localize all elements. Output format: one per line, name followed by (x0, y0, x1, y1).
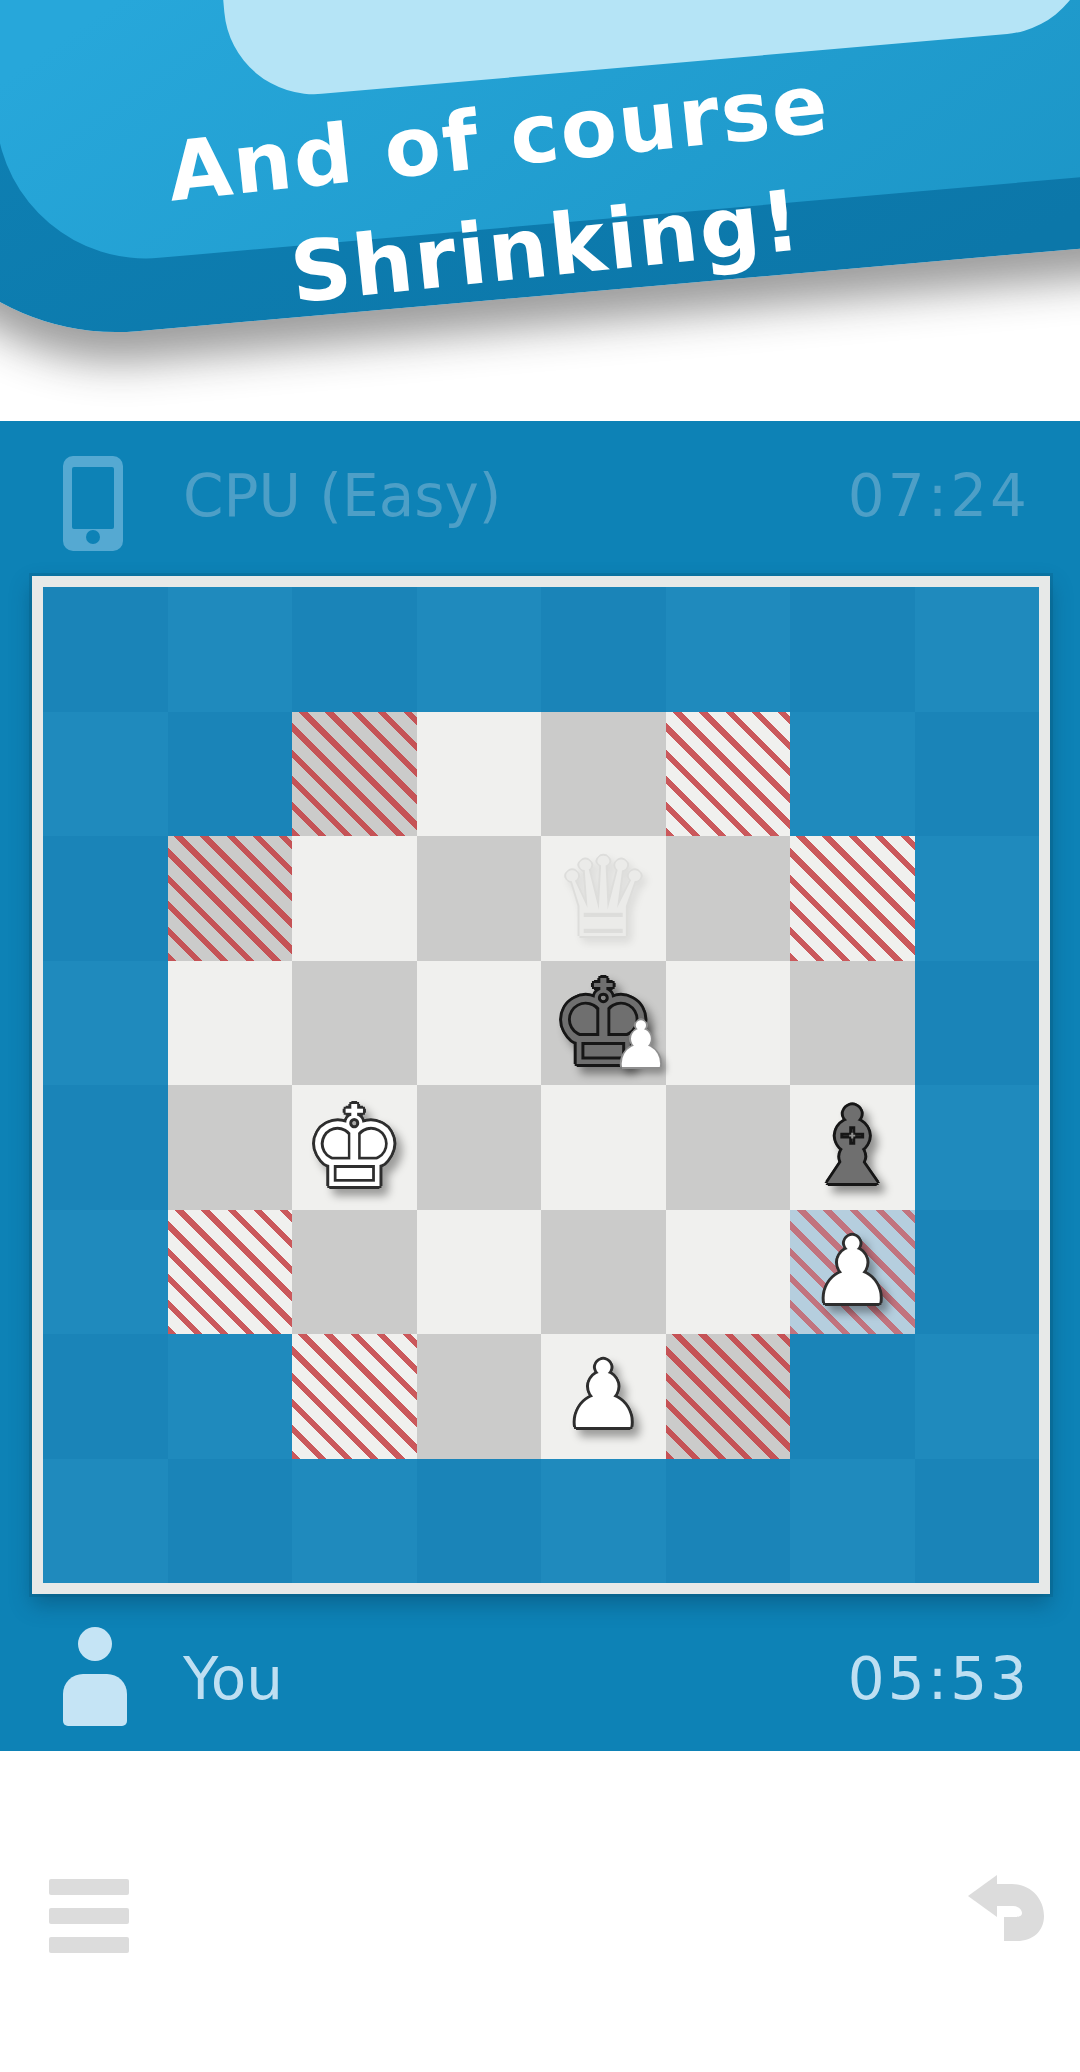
white-pawn[interactable]: ♟ (541, 1334, 666, 1459)
square-b8 (168, 587, 293, 712)
opponent-clock: 07:24 (848, 462, 1030, 530)
square-g5[interactable] (790, 961, 915, 1086)
square-g2 (790, 1334, 915, 1459)
square-e6[interactable]: ♛ (541, 836, 666, 961)
square-a4 (43, 1085, 168, 1210)
square-b2 (168, 1334, 293, 1459)
square-b6[interactable] (168, 836, 293, 961)
square-d7[interactable] (417, 712, 542, 837)
square-f8 (666, 587, 791, 712)
player-name: You (183, 1645, 283, 1713)
square-b5[interactable] (168, 961, 293, 1086)
hamburger-menu-icon[interactable] (49, 1879, 129, 1939)
square-g1 (790, 1459, 915, 1584)
square-c7[interactable] (292, 712, 417, 837)
square-d3[interactable] (417, 1210, 542, 1335)
square-f5[interactable] (666, 961, 791, 1086)
square-e1 (541, 1459, 666, 1584)
square-a5 (43, 961, 168, 1086)
square-a3 (43, 1210, 168, 1335)
square-h4 (915, 1085, 1040, 1210)
square-h5 (915, 961, 1040, 1086)
square-c5[interactable] (292, 961, 417, 1086)
square-h1 (915, 1459, 1040, 1584)
square-d6[interactable] (417, 836, 542, 961)
square-e8 (541, 587, 666, 712)
square-h8 (915, 587, 1040, 712)
square-a6 (43, 836, 168, 961)
square-g6[interactable] (790, 836, 915, 961)
square-c1 (292, 1459, 417, 1584)
square-d5[interactable] (417, 961, 542, 1086)
square-e2[interactable]: ♟ (541, 1334, 666, 1459)
square-f3[interactable] (666, 1210, 791, 1335)
square-c8 (292, 587, 417, 712)
white-king[interactable]: ♚ (292, 1085, 417, 1210)
opponent-name: CPU (Easy) (183, 462, 501, 530)
square-f1 (666, 1459, 791, 1584)
square-h3 (915, 1210, 1040, 1335)
square-e7[interactable] (541, 712, 666, 837)
square-c6[interactable] (292, 836, 417, 961)
chess-board[interactable]: ♛♚♟♚♝♟♟ (43, 587, 1039, 1583)
square-d1 (417, 1459, 542, 1584)
square-b4[interactable] (168, 1085, 293, 1210)
square-h2 (915, 1334, 1040, 1459)
undo-arrow-icon[interactable] (966, 1875, 1046, 1941)
tutorial-banner: And of course Shrinking! (0, 0, 1080, 421)
square-b1 (168, 1459, 293, 1584)
square-h7 (915, 712, 1040, 837)
game-panel: CPU (Easy) 07:24 ♛♚♟♚♝♟♟ You 05:53 (0, 421, 1080, 1751)
square-f7[interactable] (666, 712, 791, 837)
square-d8 (417, 587, 542, 712)
small-white-pawn[interactable]: ♟ (612, 1013, 669, 1077)
white-pawn[interactable]: ♟ (790, 1210, 915, 1335)
square-d2[interactable] (417, 1334, 542, 1459)
player-bar: You 05:53 (0, 1606, 1080, 1751)
square-a8 (43, 587, 168, 712)
square-d4[interactable] (417, 1085, 542, 1210)
square-a1 (43, 1459, 168, 1584)
square-e3[interactable] (541, 1210, 666, 1335)
square-g3[interactable]: ♟ (790, 1210, 915, 1335)
square-c2[interactable] (292, 1334, 417, 1459)
square-b3[interactable] (168, 1210, 293, 1335)
person-icon (63, 1627, 127, 1726)
square-g8 (790, 587, 915, 712)
board-frame: ♛♚♟♚♝♟♟ (32, 576, 1050, 1594)
footer-bar (0, 1751, 1080, 2072)
square-c4[interactable]: ♚ (292, 1085, 417, 1210)
square-g7 (790, 712, 915, 837)
player-clock: 05:53 (848, 1645, 1030, 1713)
square-e4[interactable] (541, 1085, 666, 1210)
square-c3[interactable] (292, 1210, 417, 1335)
phone-home-button (86, 530, 100, 544)
square-b7 (168, 712, 293, 837)
black-bishop[interactable]: ♝ (790, 1085, 915, 1210)
square-g4[interactable]: ♝ (790, 1085, 915, 1210)
square-h6 (915, 836, 1040, 961)
person-body (63, 1674, 127, 1726)
square-f2[interactable] (666, 1334, 791, 1459)
opponent-bar: CPU (Easy) 07:24 (0, 421, 1080, 571)
square-a7 (43, 712, 168, 837)
square-e5[interactable]: ♚♟ (541, 961, 666, 1086)
phone-screen (72, 467, 114, 529)
person-head (78, 1627, 112, 1661)
square-a2 (43, 1334, 168, 1459)
ghost-white-queen[interactable]: ♛ (541, 836, 666, 961)
square-f6[interactable] (666, 836, 791, 961)
square-f4[interactable] (666, 1085, 791, 1210)
phone-icon (63, 456, 123, 551)
